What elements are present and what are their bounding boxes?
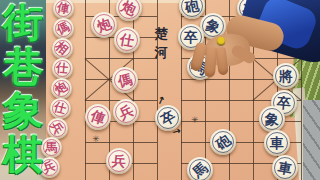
banner-char: 象 <box>0 90 46 130</box>
grid-line-horizontal <box>85 58 157 59</box>
piece-red-soldier[interactable]: 兵 <box>106 148 132 174</box>
piece-character: 車 <box>277 160 293 176</box>
piece-black-cannon[interactable]: 砲 <box>210 129 236 155</box>
piece-black-soldier[interactable]: 卒 <box>178 24 204 50</box>
piece-character: 象 <box>265 112 279 126</box>
piece-character: 仕 <box>55 61 68 74</box>
captured-piece-red-elephant[interactable]: 相 <box>52 38 73 59</box>
piece-red-cannon[interactable]: 炮 <box>116 0 142 21</box>
point-marker: ✳ <box>191 116 199 125</box>
piece-character: 馬 <box>45 141 57 153</box>
street-xiangqi-thumbnail: 楚 河 ✳✳↗↗俥傌相仕炮仕兵馬兵炮炮仕傌兵俥兵砲象卒士士馬卒將卒象砲車車馬 街… <box>0 0 320 180</box>
piece-character: 將 <box>279 69 293 83</box>
grid-line-vertical <box>301 0 302 180</box>
captured-piece-red-soldier[interactable]: 兵 <box>47 118 68 139</box>
grid-line-vertical <box>85 0 86 180</box>
piece-black-horse[interactable]: 馬 <box>187 157 213 180</box>
banner-char: 巷 <box>0 46 46 86</box>
piece-red-soldier[interactable]: 兵 <box>113 99 139 125</box>
piece-character: 俥 <box>56 1 70 15</box>
piece-black-soldier[interactable]: 卒 <box>155 105 181 131</box>
captured-piece-red-advisor[interactable]: 仕 <box>50 98 71 119</box>
captured-piece-red-chariot[interactable]: 俥 <box>53 0 74 19</box>
board-grid-layer: ✳✳↗↗俥傌相仕炮仕兵馬兵炮炮仕傌兵俥兵砲象卒士士馬卒將卒象砲車車馬 <box>0 0 320 180</box>
piece-character: 兵 <box>111 153 126 168</box>
piece-character: 砲 <box>184 0 200 14</box>
piece-red-horse[interactable]: 傌 <box>112 67 138 93</box>
banner-char: 棋 <box>0 134 46 174</box>
captured-piece-red-advisor[interactable]: 仕 <box>52 58 73 79</box>
piece-character: 仕 <box>119 32 135 48</box>
yellow-cap-marker[interactable] <box>217 37 225 45</box>
banner-char: 街 <box>0 2 46 42</box>
piece-black-chariot[interactable]: 車 <box>272 155 298 180</box>
piece-red-advisor[interactable]: 仕 <box>114 27 140 53</box>
piece-black-advisor[interactable]: 士 <box>237 12 263 38</box>
grid-line-vertical <box>157 0 158 180</box>
piece-character: 卒 <box>184 30 198 44</box>
piece-character: 車 <box>270 136 284 150</box>
piece-black-chariot[interactable]: 車 <box>264 130 290 156</box>
piece-red-cannon[interactable]: 炮 <box>91 12 117 38</box>
piece-black-horse[interactable]: 馬 <box>187 54 213 80</box>
piece-black-general[interactable]: 將 <box>273 63 299 89</box>
piece-red-chariot[interactable]: 俥 <box>85 104 111 130</box>
captured-piece-red-horse[interactable]: 傌 <box>53 18 74 39</box>
captured-piece-red-cannon[interactable]: 炮 <box>51 78 72 99</box>
piece-black-elephant[interactable]: 象 <box>259 106 285 132</box>
point-marker: ✳ <box>92 135 100 144</box>
